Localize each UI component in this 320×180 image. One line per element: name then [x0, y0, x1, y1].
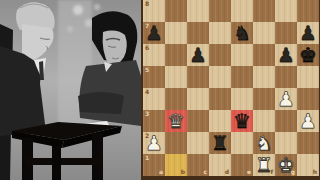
piece-black-king: ♚	[299, 44, 317, 66]
square-c3[interactable]	[187, 110, 209, 132]
square-a1[interactable]: 1a	[143, 154, 165, 176]
piece-white-queen: ♛	[167, 110, 185, 132]
square-h6[interactable]: ♚	[297, 44, 319, 66]
square-d5[interactable]	[209, 66, 231, 88]
square-f6[interactable]	[253, 44, 275, 66]
rank-label-5: 5	[145, 67, 149, 73]
file-label-e: e	[247, 169, 251, 175]
players-photo	[0, 0, 141, 180]
piece-black-knight: ♞	[233, 22, 251, 44]
file-label-d: d	[225, 169, 229, 175]
square-e6[interactable]	[231, 44, 253, 66]
players-photo-art	[0, 0, 141, 180]
square-g7[interactable]	[275, 22, 297, 44]
square-c2[interactable]	[187, 132, 209, 154]
file-label-b: b	[181, 169, 185, 175]
piece-black-pawn: ♟	[299, 22, 317, 44]
square-h7[interactable]: ♟	[297, 22, 319, 44]
square-h8[interactable]	[297, 0, 319, 22]
square-e7[interactable]: ♞	[231, 22, 253, 44]
square-c7[interactable]	[187, 22, 209, 44]
square-c5[interactable]	[187, 66, 209, 88]
square-d1[interactable]: d	[209, 154, 231, 176]
square-f1[interactable]: f♜	[253, 154, 275, 176]
square-a3[interactable]: 3	[143, 110, 165, 132]
piece-white-pawn: ♟	[277, 88, 295, 110]
rank-label-4: 4	[145, 89, 149, 95]
square-d2[interactable]: ♜	[209, 132, 231, 154]
square-a5[interactable]: 5	[143, 66, 165, 88]
square-f8[interactable]	[253, 0, 275, 22]
piece-white-knight: ♞	[255, 132, 273, 154]
square-a6[interactable]: 6	[143, 44, 165, 66]
rank-label-8: 8	[145, 1, 149, 7]
square-h2[interactable]	[297, 132, 319, 154]
square-e8[interactable]	[231, 0, 253, 22]
square-d7[interactable]	[209, 22, 231, 44]
square-f4[interactable]	[253, 88, 275, 110]
file-label-a: a	[159, 169, 163, 175]
square-d6[interactable]	[209, 44, 231, 66]
file-label-h: h	[313, 169, 317, 175]
board-frame: 87♟♞♟6♟♟♚54♟3♛♛♟2♟♜♞1abcdef♜g♚h	[141, 0, 320, 180]
square-b8[interactable]	[165, 0, 187, 22]
rank-label-3: 3	[145, 111, 149, 117]
square-a4[interactable]: 4	[143, 88, 165, 110]
square-d3[interactable]	[209, 110, 231, 132]
square-b4[interactable]	[165, 88, 187, 110]
square-f7[interactable]	[253, 22, 275, 44]
piece-black-pawn: ♟	[277, 44, 295, 66]
square-a7[interactable]: 7♟	[143, 22, 165, 44]
square-f5[interactable]	[253, 66, 275, 88]
square-h3[interactable]: ♟	[297, 110, 319, 132]
square-f3[interactable]	[253, 110, 275, 132]
square-h4[interactable]	[297, 88, 319, 110]
square-g3[interactable]	[275, 110, 297, 132]
rank-label-2: 2	[145, 133, 149, 139]
square-a2[interactable]: 2♟	[143, 132, 165, 154]
square-b7[interactable]	[165, 22, 187, 44]
square-b1[interactable]: b	[165, 154, 187, 176]
square-f2[interactable]: ♞	[253, 132, 275, 154]
square-b5[interactable]	[165, 66, 187, 88]
square-g5[interactable]	[275, 66, 297, 88]
square-g1[interactable]: g♚	[275, 154, 297, 176]
square-g2[interactable]	[275, 132, 297, 154]
square-c4[interactable]	[187, 88, 209, 110]
square-g6[interactable]: ♟	[275, 44, 297, 66]
square-h1[interactable]: h	[297, 154, 319, 176]
square-g4[interactable]: ♟	[275, 88, 297, 110]
video-thumbnail: 87♟♞♟6♟♟♚54♟3♛♛♟2♟♜♞1abcdef♜g♚h	[0, 0, 320, 180]
piece-black-queen: ♛	[233, 110, 251, 132]
piece-black-rook: ♜	[211, 132, 229, 154]
square-c1[interactable]: c	[187, 154, 209, 176]
square-e2[interactable]	[231, 132, 253, 154]
square-e4[interactable]	[231, 88, 253, 110]
square-b3[interactable]: ♛	[165, 110, 187, 132]
square-c6[interactable]: ♟	[187, 44, 209, 66]
square-e5[interactable]	[231, 66, 253, 88]
square-a8[interactable]: 8	[143, 0, 165, 22]
file-label-f: f	[270, 169, 273, 175]
piece-white-pawn: ♟	[299, 110, 317, 132]
square-d4[interactable]	[209, 88, 231, 110]
square-g8[interactable]	[275, 0, 297, 22]
square-b2[interactable]	[165, 132, 187, 154]
chess-board: 87♟♞♟6♟♟♚54♟3♛♛♟2♟♜♞1abcdef♜g♚h	[143, 0, 319, 176]
rank-label-7: 7	[145, 23, 149, 29]
rank-label-1: 1	[145, 155, 149, 161]
square-d8[interactable]	[209, 0, 231, 22]
rank-label-6: 6	[145, 45, 149, 51]
square-e3[interactable]: ♛	[231, 110, 253, 132]
piece-black-pawn: ♟	[189, 44, 207, 66]
square-b6[interactable]	[165, 44, 187, 66]
file-label-c: c	[203, 169, 207, 175]
square-h5[interactable]	[297, 66, 319, 88]
square-c8[interactable]	[187, 0, 209, 22]
square-e1[interactable]: e	[231, 154, 253, 176]
file-label-g: g	[291, 169, 295, 175]
